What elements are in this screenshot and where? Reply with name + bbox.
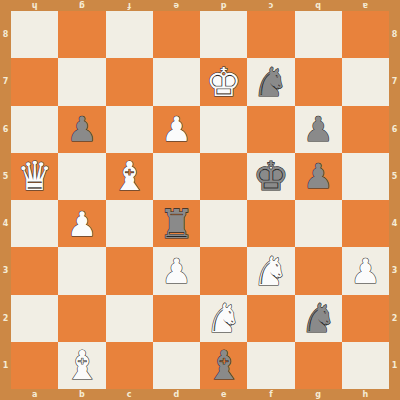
rank-label-right-5: 5	[389, 153, 400, 200]
square-e3[interactable]	[200, 247, 247, 294]
white-pawn[interactable]: ♟	[153, 106, 200, 153]
file-label-top-a: a	[342, 0, 389, 11]
square-f4[interactable]	[247, 200, 294, 247]
black-knight[interactable]: ♞	[295, 295, 342, 342]
square-e1[interactable]: ♝	[200, 342, 247, 389]
square-h4[interactable]	[342, 200, 389, 247]
file-labels-bottom: abcdefgh	[11, 389, 389, 400]
square-d2[interactable]	[153, 295, 200, 342]
square-e2[interactable]: ♞	[200, 295, 247, 342]
file-label-top-h: h	[11, 0, 58, 11]
square-d8[interactable]	[153, 11, 200, 58]
square-d1[interactable]	[153, 342, 200, 389]
chess-board: ♚♞♟♟♟♛♝♚♟♟♜♟♞♟♞♞♝♝	[11, 11, 389, 389]
square-h2[interactable]	[342, 295, 389, 342]
chess-board-frame: abcdefgh abcdefgh 87654321 87654321 ♚♞♟♟…	[0, 0, 400, 400]
square-g8[interactable]	[295, 11, 342, 58]
black-rook[interactable]: ♜	[153, 200, 200, 247]
white-knight[interactable]: ♞	[200, 295, 247, 342]
square-e5[interactable]	[200, 153, 247, 200]
file-label-bottom-g: g	[295, 389, 342, 400]
square-c6[interactable]	[106, 106, 153, 153]
square-e7[interactable]: ♚	[200, 58, 247, 105]
square-f2[interactable]	[247, 295, 294, 342]
white-bishop[interactable]: ♝	[106, 153, 153, 200]
square-h1[interactable]	[342, 342, 389, 389]
rank-label-left-2: 2	[0, 295, 11, 342]
square-h3[interactable]: ♟	[342, 247, 389, 294]
square-f6[interactable]	[247, 106, 294, 153]
file-label-top-b: b	[295, 0, 342, 11]
white-pawn[interactable]: ♟	[342, 247, 389, 294]
rank-label-left-1: 1	[0, 342, 11, 389]
rank-labels-right: 87654321	[389, 11, 400, 389]
square-e8[interactable]	[200, 11, 247, 58]
square-d7[interactable]	[153, 58, 200, 105]
square-h8[interactable]	[342, 11, 389, 58]
square-f7[interactable]: ♞	[247, 58, 294, 105]
square-f5[interactable]: ♚	[247, 153, 294, 200]
file-label-top-d: d	[200, 0, 247, 11]
square-h5[interactable]	[342, 153, 389, 200]
square-c7[interactable]	[106, 58, 153, 105]
square-a1[interactable]	[11, 342, 58, 389]
square-a4[interactable]	[11, 200, 58, 247]
square-h6[interactable]	[342, 106, 389, 153]
square-c4[interactable]	[106, 200, 153, 247]
rank-label-left-3: 3	[0, 247, 11, 294]
file-label-bottom-b: b	[58, 389, 105, 400]
square-b3[interactable]	[58, 247, 105, 294]
square-d5[interactable]	[153, 153, 200, 200]
rank-label-left-4: 4	[0, 200, 11, 247]
square-b1[interactable]: ♝	[58, 342, 105, 389]
white-pawn[interactable]: ♟	[153, 247, 200, 294]
square-g2[interactable]: ♞	[295, 295, 342, 342]
black-pawn[interactable]: ♟	[58, 106, 105, 153]
white-queen[interactable]: ♛	[11, 153, 58, 200]
black-pawn[interactable]: ♟	[295, 106, 342, 153]
black-knight[interactable]: ♞	[247, 58, 294, 105]
rank-labels-left: 87654321	[0, 11, 11, 389]
square-b6[interactable]: ♟	[58, 106, 105, 153]
file-label-bottom-e: e	[200, 389, 247, 400]
square-f8[interactable]	[247, 11, 294, 58]
square-a6[interactable]	[11, 106, 58, 153]
rank-label-right-6: 6	[389, 106, 400, 153]
file-label-bottom-f: f	[247, 389, 294, 400]
square-b8[interactable]	[58, 11, 105, 58]
square-e6[interactable]	[200, 106, 247, 153]
square-a8[interactable]	[11, 11, 58, 58]
square-d6[interactable]: ♟	[153, 106, 200, 153]
square-f3[interactable]: ♞	[247, 247, 294, 294]
file-label-top-f: f	[106, 0, 153, 11]
square-a5[interactable]: ♛	[11, 153, 58, 200]
rank-label-right-2: 2	[389, 295, 400, 342]
white-pawn[interactable]: ♟	[58, 200, 105, 247]
file-label-bottom-d: d	[153, 389, 200, 400]
file-labels-top: abcdefgh	[11, 0, 389, 11]
square-g4[interactable]	[295, 200, 342, 247]
black-king[interactable]: ♚	[247, 153, 294, 200]
rank-label-right-4: 4	[389, 200, 400, 247]
file-label-bottom-a: a	[11, 389, 58, 400]
file-label-bottom-c: c	[106, 389, 153, 400]
black-bishop[interactable]: ♝	[200, 342, 247, 389]
square-g7[interactable]	[295, 58, 342, 105]
white-knight[interactable]: ♞	[247, 247, 294, 294]
square-f1[interactable]	[247, 342, 294, 389]
square-c2[interactable]	[106, 295, 153, 342]
square-h7[interactable]	[342, 58, 389, 105]
square-c1[interactable]	[106, 342, 153, 389]
rank-label-left-5: 5	[0, 153, 11, 200]
square-b5[interactable]	[58, 153, 105, 200]
square-c8[interactable]	[106, 11, 153, 58]
file-label-top-g: g	[58, 0, 105, 11]
square-a7[interactable]	[11, 58, 58, 105]
square-c3[interactable]	[106, 247, 153, 294]
square-a3[interactable]	[11, 247, 58, 294]
square-g6[interactable]: ♟	[295, 106, 342, 153]
white-bishop[interactable]: ♝	[58, 342, 105, 389]
rank-label-left-7: 7	[0, 58, 11, 105]
rank-label-right-8: 8	[389, 11, 400, 58]
black-pawn[interactable]: ♟	[295, 153, 342, 200]
square-a2[interactable]	[11, 295, 58, 342]
file-label-bottom-h: h	[342, 389, 389, 400]
rank-label-right-3: 3	[389, 247, 400, 294]
square-d4[interactable]: ♜	[153, 200, 200, 247]
rank-label-right-1: 1	[389, 342, 400, 389]
square-g3[interactable]	[295, 247, 342, 294]
square-c5[interactable]: ♝	[106, 153, 153, 200]
white-king[interactable]: ♚	[200, 58, 247, 105]
square-b4[interactable]: ♟	[58, 200, 105, 247]
rank-label-right-7: 7	[389, 58, 400, 105]
square-d3[interactable]: ♟	[153, 247, 200, 294]
file-label-top-c: c	[247, 0, 294, 11]
square-g1[interactable]	[295, 342, 342, 389]
square-b7[interactable]	[58, 58, 105, 105]
rank-label-left-6: 6	[0, 106, 11, 153]
square-e4[interactable]	[200, 200, 247, 247]
file-label-top-e: e	[153, 0, 200, 11]
rank-label-left-8: 8	[0, 11, 11, 58]
square-g5[interactable]: ♟	[295, 153, 342, 200]
square-b2[interactable]	[58, 295, 105, 342]
